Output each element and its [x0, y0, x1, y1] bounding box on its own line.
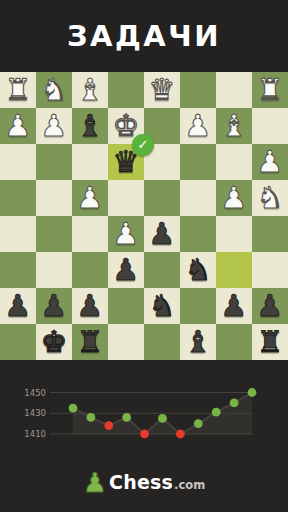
square-b3[interactable]: [216, 144, 252, 180]
black-knight: ♞: [144, 288, 180, 324]
white-bishop: ♝: [72, 72, 108, 108]
square-f4[interactable]: ♟: [72, 180, 108, 216]
square-g5[interactable]: [36, 216, 72, 252]
square-h7[interactable]: ♟: [0, 288, 36, 324]
puzzle-point-11-win: [248, 388, 257, 397]
puzzle-point-7-loss: [176, 430, 185, 439]
white-pawn: ♟: [108, 216, 144, 252]
square-f5[interactable]: [72, 216, 108, 252]
square-f7[interactable]: ♟: [72, 288, 108, 324]
ytick-label-1450: 1450: [24, 388, 46, 398]
square-h6[interactable]: [0, 252, 36, 288]
ytick-label-1430: 1430: [24, 408, 46, 418]
black-pawn: ♟: [216, 288, 252, 324]
square-a6[interactable]: [252, 252, 288, 288]
square-b2[interactable]: ♝: [216, 108, 252, 144]
square-h1[interactable]: ♜: [0, 72, 36, 108]
checkmark-icon: ✓: [138, 134, 149, 156]
black-pawn: ♟: [108, 252, 144, 288]
square-c4[interactable]: [180, 180, 216, 216]
black-pawn: ♟: [72, 288, 108, 324]
square-c8[interactable]: ♝: [180, 324, 216, 360]
square-g1[interactable]: ♞: [36, 72, 72, 108]
square-f1[interactable]: ♝: [72, 72, 108, 108]
puzzle-point-6-win: [158, 414, 167, 423]
square-d5[interactable]: ♟: [144, 216, 180, 252]
square-b1[interactable]: [216, 72, 252, 108]
square-b4[interactable]: ♟: [216, 180, 252, 216]
square-b8[interactable]: [216, 324, 252, 360]
puzzle-point-8-win: [194, 419, 203, 428]
square-g8[interactable]: ♚: [36, 324, 72, 360]
white-rook: ♜: [252, 72, 288, 108]
stats-panel: 145014301410 ♟ Chess .com: [0, 360, 288, 512]
black-knight: ♞: [180, 252, 216, 288]
square-h5[interactable]: [0, 216, 36, 252]
square-h2[interactable]: ♟: [0, 108, 36, 144]
puzzle-point-9-win: [212, 408, 221, 417]
black-pawn: ♟: [252, 288, 288, 324]
black-pawn: ♟: [36, 288, 72, 324]
square-f2[interactable]: ♝: [72, 108, 108, 144]
square-e4[interactable]: [108, 180, 144, 216]
white-pawn: ♟: [252, 144, 288, 180]
pawn-logo-icon: ♟: [83, 469, 107, 496]
puzzle-point-10-win: [230, 399, 239, 408]
square-g3[interactable]: [36, 144, 72, 180]
black-pawn: ♟: [144, 216, 180, 252]
square-a4[interactable]: ♞: [252, 180, 288, 216]
square-a1[interactable]: ♜: [252, 72, 288, 108]
square-h4[interactable]: [0, 180, 36, 216]
square-a2[interactable]: [252, 108, 288, 144]
square-b7[interactable]: ♟: [216, 288, 252, 324]
black-pawn: ♟: [0, 288, 36, 324]
chess-board: ♜♞♝♛♜♟♟♝♚♟♝♛♟♟♟♞♟♟♟♞♟♟♟♞♟♟♚♜♝♜: [0, 72, 288, 360]
page-title: ЗАДАЧИ: [67, 19, 221, 53]
black-bishop: ♝: [72, 108, 108, 144]
white-knight: ♞: [36, 72, 72, 108]
square-e6[interactable]: ♟: [108, 252, 144, 288]
square-d1[interactable]: ♛: [144, 72, 180, 108]
black-king: ♚: [36, 324, 72, 360]
white-pawn: ♟: [216, 180, 252, 216]
white-pawn: ♟: [72, 180, 108, 216]
white-pawn: ♟: [180, 108, 216, 144]
square-c3[interactable]: [180, 144, 216, 180]
square-d6[interactable]: [144, 252, 180, 288]
square-b5[interactable]: [216, 216, 252, 252]
black-bishop: ♝: [180, 324, 216, 360]
square-d8[interactable]: [144, 324, 180, 360]
puzzle-point-1-win: [69, 404, 78, 413]
square-e8[interactable]: [108, 324, 144, 360]
square-f6[interactable]: [72, 252, 108, 288]
brand-tld: .com: [174, 478, 205, 492]
square-e7[interactable]: [108, 288, 144, 324]
ytick-label-1410: 1410: [24, 429, 46, 439]
square-g6[interactable]: [36, 252, 72, 288]
white-rook: ♜: [0, 72, 36, 108]
square-f8[interactable]: ♜: [72, 324, 108, 360]
puzzle-point-4-win: [122, 413, 131, 422]
puzzle-point-2-win: [87, 413, 96, 422]
chesscom-logo: ♟ Chess .com: [0, 466, 288, 493]
square-h8[interactable]: [0, 324, 36, 360]
square-c7[interactable]: [180, 288, 216, 324]
white-queen: ♛: [144, 72, 180, 108]
square-d7[interactable]: ♞: [144, 288, 180, 324]
square-g4[interactable]: [36, 180, 72, 216]
square-a5[interactable]: [252, 216, 288, 252]
black-rook: ♜: [72, 324, 108, 360]
square-b6[interactable]: [216, 252, 252, 288]
square-c6[interactable]: ♞: [180, 252, 216, 288]
brand-name: Chess: [109, 471, 173, 493]
square-a7[interactable]: ♟: [252, 288, 288, 324]
white-pawn: ♟: [0, 108, 36, 144]
square-g2[interactable]: ♟: [36, 108, 72, 144]
square-c2[interactable]: ♟: [180, 108, 216, 144]
square-a3[interactable]: ♟: [252, 144, 288, 180]
black-rook: ♜: [252, 324, 288, 360]
puzzles-screen: ЗАДАЧИ ♜♞♝♛♜♟♟♝♚♟♝♛♟♟♟♞♟♟♟♞♟♟♟♞♟♟♚♜♝♜ ✓ …: [0, 0, 288, 512]
square-c1[interactable]: [180, 72, 216, 108]
white-pawn: ♟: [36, 108, 72, 144]
white-bishop: ♝: [216, 108, 252, 144]
square-a8[interactable]: ♜: [252, 324, 288, 360]
header: ЗАДАЧИ: [0, 0, 288, 72]
square-d4[interactable]: [144, 180, 180, 216]
white-knight: ♞: [252, 180, 288, 216]
square-e1[interactable]: [108, 72, 144, 108]
square-c5[interactable]: [180, 216, 216, 252]
square-f3[interactable]: [72, 144, 108, 180]
puzzle-point-5-loss: [140, 430, 149, 439]
correct-move-badge: ✓: [132, 134, 154, 156]
square-e5[interactable]: ♟: [108, 216, 144, 252]
square-h3[interactable]: [0, 144, 36, 180]
puzzle-point-3-loss: [104, 421, 113, 430]
square-g7[interactable]: ♟: [36, 288, 72, 324]
